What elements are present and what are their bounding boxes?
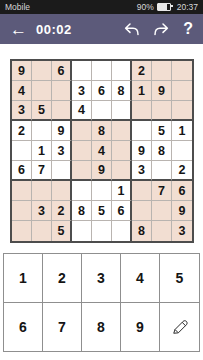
redo-icon — [153, 21, 170, 38]
grid-cell-r1c2[interactable] — [32, 61, 52, 81]
numpad-key-3[interactable]: 3 — [82, 254, 121, 303]
grid-cell-r4c2[interactable] — [32, 121, 52, 141]
back-button[interactable]: ← — [10, 21, 27, 38]
grid-cell-r2c4[interactable]: 3 — [72, 81, 92, 101]
grid-cell-r2c5[interactable]: 6 — [92, 81, 112, 101]
grid-cell-r2c8[interactable]: 9 — [152, 81, 172, 101]
app-bar: ← 00:02 ? — [0, 14, 203, 44]
grid-cell-r8c4[interactable]: 8 — [72, 201, 92, 221]
timer-label: 00:02 — [36, 22, 72, 37]
grid-cell-r7c5[interactable] — [92, 181, 112, 201]
grid-cell-r5c3[interactable]: 3 — [52, 141, 72, 161]
numpad-key-1[interactable]: 1 — [4, 254, 43, 303]
grid-cell-r7c9[interactable]: 6 — [172, 181, 192, 201]
pencil-button[interactable] — [160, 303, 199, 352]
grid-cell-r3c8[interactable] — [152, 101, 172, 121]
grid-cell-r2c1[interactable]: 4 — [12, 81, 32, 101]
grid-cell-r3c7[interactable] — [132, 101, 152, 121]
numpad-key-8[interactable]: 8 — [82, 303, 121, 352]
grid-cell-r3c4[interactable]: 4 — [72, 101, 92, 121]
grid-cell-r3c6[interactable] — [112, 101, 132, 121]
grid-cell-r6c3[interactable] — [52, 161, 72, 181]
grid-cell-r5c7[interactable]: 9 — [132, 141, 152, 161]
grid-cell-r3c3[interactable] — [52, 101, 72, 121]
grid-cell-r3c9[interactable] — [172, 101, 192, 121]
numpad: 123456789 — [3, 253, 200, 352]
grid-cell-r6c5[interactable]: 9 — [92, 161, 112, 181]
grid-cell-r8c6[interactable]: 6 — [112, 201, 132, 221]
grid-cell-r5c4[interactable] — [72, 141, 92, 161]
grid-cell-r1c8[interactable] — [152, 61, 172, 81]
grid-cell-r6c1[interactable]: 6 — [12, 161, 32, 181]
grid-cell-r7c3[interactable] — [52, 181, 72, 201]
grid-cell-r1c5[interactable] — [92, 61, 112, 81]
grid-cell-r6c7[interactable]: 3 — [132, 161, 152, 181]
grid-cell-r1c6[interactable] — [112, 61, 132, 81]
grid-cell-r9c7[interactable]: 8 — [132, 221, 152, 241]
grid-cell-r7c1[interactable] — [12, 181, 32, 201]
grid-cell-r9c6[interactable] — [112, 221, 132, 241]
numpad-key-6[interactable]: 6 — [4, 303, 43, 352]
undo-button[interactable] — [123, 21, 140, 38]
numpad-key-4[interactable]: 4 — [121, 254, 160, 303]
grid-cell-r4c3[interactable]: 9 — [52, 121, 72, 141]
grid-cell-r7c8[interactable]: 7 — [152, 181, 172, 201]
grid-cell-r3c5[interactable] — [92, 101, 112, 121]
grid-cell-r1c7[interactable]: 2 — [132, 61, 152, 81]
grid-cell-r4c8[interactable]: 5 — [152, 121, 172, 141]
carrier-label: Mobile — [5, 2, 30, 12]
grid-cell-r7c4[interactable] — [72, 181, 92, 201]
grid-cell-r4c5[interactable]: 8 — [92, 121, 112, 141]
grid-cell-r3c2[interactable]: 5 — [32, 101, 52, 121]
grid-cell-r9c4[interactable] — [72, 221, 92, 241]
grid-cell-r9c1[interactable] — [12, 221, 32, 241]
grid-cell-r1c3[interactable]: 6 — [52, 61, 72, 81]
help-button[interactable]: ? — [183, 21, 193, 37]
grid-cell-r5c6[interactable] — [112, 141, 132, 161]
grid-cell-r1c4[interactable] — [72, 61, 92, 81]
grid-cell-r4c6[interactable] — [112, 121, 132, 141]
sudoku-grid: 962436819354298511349867932176328569583 — [10, 59, 194, 243]
grid-cell-r1c1[interactable]: 9 — [12, 61, 32, 81]
grid-cell-r2c2[interactable] — [32, 81, 52, 101]
grid-cell-r6c2[interactable]: 7 — [32, 161, 52, 181]
numpad-key-2[interactable]: 2 — [43, 254, 82, 303]
grid-cell-r6c6[interactable] — [112, 161, 132, 181]
clock: 20:37 — [177, 2, 198, 12]
grid-cell-r5c8[interactable]: 8 — [152, 141, 172, 161]
redo-button[interactable] — [153, 21, 170, 38]
numpad-key-7[interactable]: 7 — [43, 303, 82, 352]
grid-cell-r4c9[interactable]: 1 — [172, 121, 192, 141]
numpad-key-5[interactable]: 5 — [160, 254, 199, 303]
grid-cell-r8c7[interactable] — [132, 201, 152, 221]
grid-cell-r7c2[interactable] — [32, 181, 52, 201]
grid-cell-r9c3[interactable]: 5 — [52, 221, 72, 241]
grid-cell-r9c2[interactable] — [32, 221, 52, 241]
grid-cell-r5c1[interactable] — [12, 141, 32, 161]
grid-cell-r8c8[interactable] — [152, 201, 172, 221]
grid-cell-r7c6[interactable]: 1 — [112, 181, 132, 201]
grid-cell-r9c9[interactable]: 3 — [172, 221, 192, 241]
grid-cell-r8c2[interactable]: 3 — [32, 201, 52, 221]
grid-cell-r6c9[interactable]: 2 — [172, 161, 192, 181]
pencil-icon — [170, 317, 190, 337]
grid-cell-r8c9[interactable]: 9 — [172, 201, 192, 221]
grid-cell-r4c7[interactable] — [132, 121, 152, 141]
undo-icon — [123, 21, 140, 38]
status-bar: Mobile 90% 20:37 — [0, 0, 203, 14]
numpad-key-9[interactable]: 9 — [121, 303, 160, 352]
grid-cell-r9c8[interactable] — [152, 221, 172, 241]
grid-cell-r9c5[interactable] — [92, 221, 112, 241]
grid-cell-r6c8[interactable] — [152, 161, 172, 181]
grid-cell-r8c5[interactable]: 5 — [92, 201, 112, 221]
grid-cell-r7c7[interactable] — [132, 181, 152, 201]
grid-cell-r8c3[interactable]: 2 — [52, 201, 72, 221]
grid-cell-r5c2[interactable]: 1 — [32, 141, 52, 161]
grid-cell-r8c1[interactable] — [12, 201, 32, 221]
grid-cell-r6c4[interactable] — [72, 161, 92, 181]
battery-icon — [157, 3, 171, 11]
grid-cell-r5c9[interactable] — [172, 141, 192, 161]
grid-cell-r4c4[interactable] — [72, 121, 92, 141]
grid-cell-r1c9[interactable] — [172, 61, 192, 81]
grid-cell-r2c7[interactable]: 1 — [132, 81, 152, 101]
grid-cell-r4c1[interactable]: 2 — [12, 121, 32, 141]
grid-cell-r2c3[interactable] — [52, 81, 72, 101]
grid-cell-r5c5[interactable]: 4 — [92, 141, 112, 161]
grid-cell-r3c1[interactable]: 3 — [12, 101, 32, 121]
grid-cell-r2c6[interactable]: 8 — [112, 81, 132, 101]
grid-cell-r2c9[interactable] — [172, 81, 192, 101]
battery-percent: 90% — [137, 2, 154, 12]
